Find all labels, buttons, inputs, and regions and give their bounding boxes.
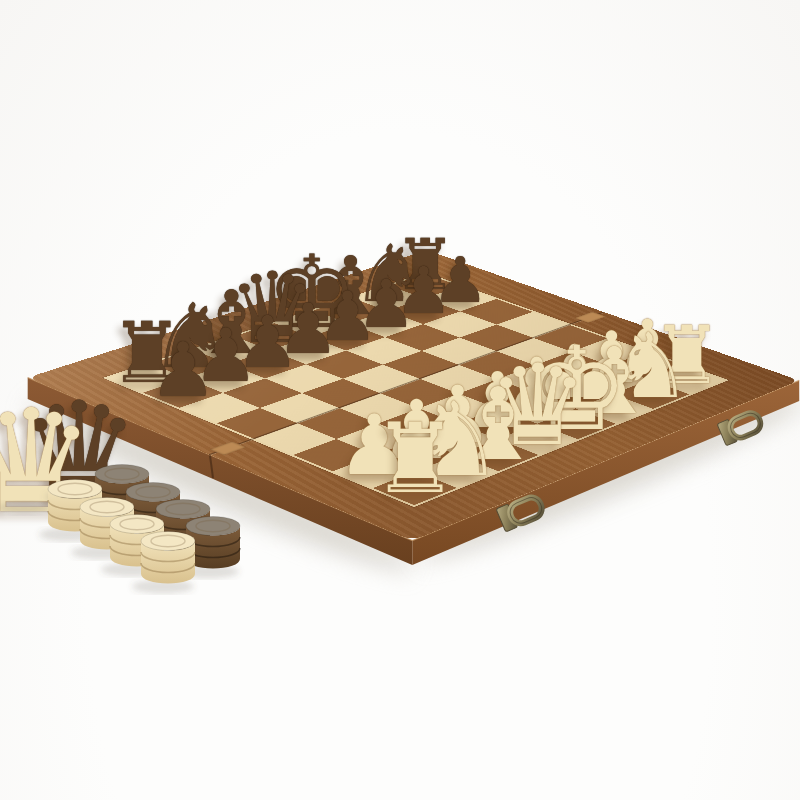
product-scene: ♜♞♝♛♚♝♞♜♟♟♟♟♟♟♟♟♟♟♟♟♟♟♟♟♜♞♝♛♚♝♞♜♛♛ — [0, 0, 800, 800]
